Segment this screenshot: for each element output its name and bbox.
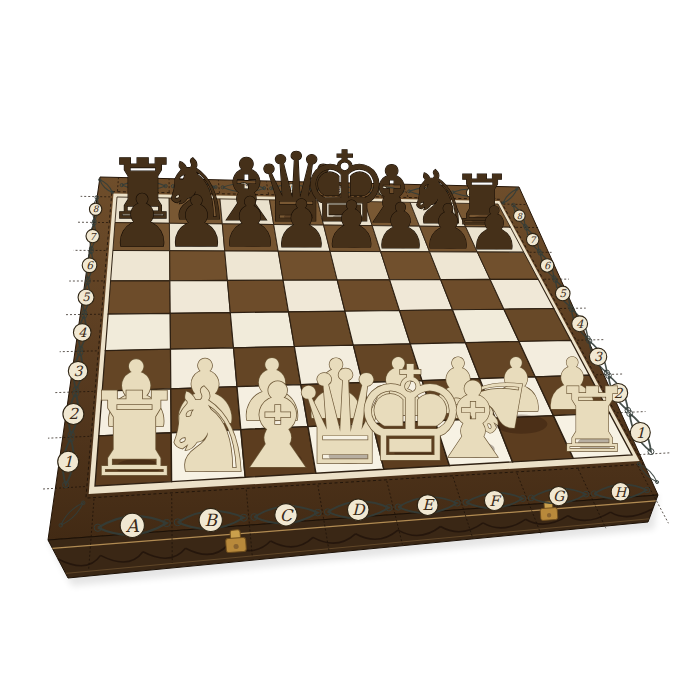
file-label-c-bottom: C — [280, 506, 294, 525]
square-e5[interactable] — [337, 280, 399, 311]
square-c5[interactable] — [227, 280, 288, 312]
piece-black-pawn-h7[interactable]: ♟ — [468, 194, 521, 263]
rank-label-4-left: 4 — [78, 325, 87, 340]
chess-board: AABBCCDDEEFFGGHH8877665544332211♜♞♝♛♚♝♞♜… — [0, 0, 700, 700]
file-label-d-bottom: D — [352, 501, 366, 519]
file-label-b-bottom: B — [205, 510, 219, 530]
rank-label-6-right: 6 — [544, 260, 551, 271]
square-b5[interactable] — [170, 280, 230, 313]
chess-set-photo: AABBCCDDEEFFGGHH8877665544332211♜♞♝♛♚♝♞♜… — [0, 0, 700, 700]
border-separator — [639, 453, 669, 455]
piece-white-bishop-f1[interactable]: ♝ — [426, 360, 520, 482]
square-d5[interactable] — [283, 280, 345, 312]
rank-label-1-right: 1 — [636, 425, 645, 441]
file-label-a-bottom: A — [125, 516, 140, 536]
rank-label-5-left: 5 — [82, 290, 90, 304]
rank-label-1-left: 1 — [63, 453, 73, 471]
rank-label-2-left: 2 — [69, 405, 80, 423]
file-label-g-bottom: G — [553, 488, 566, 504]
square-a5[interactable] — [108, 281, 170, 314]
rank-label-4-right: 4 — [576, 317, 584, 331]
piece-white-rook-h1[interactable]: ♜ — [552, 368, 632, 472]
